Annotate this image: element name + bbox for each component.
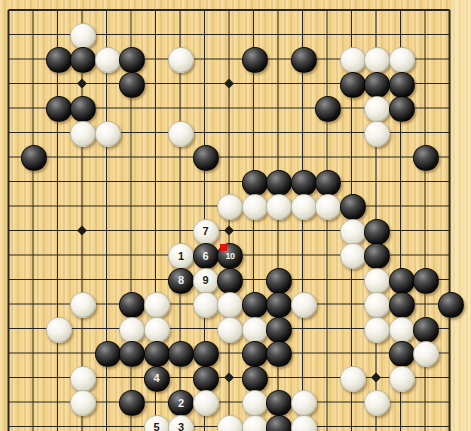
move-number-label: 6: [202, 251, 208, 262]
black-stone: [266, 390, 292, 416]
white-stone: [242, 415, 268, 431]
white-stone: [364, 96, 390, 122]
black-stone: [266, 170, 292, 196]
white-stone: [95, 47, 121, 73]
white-stone: [291, 292, 317, 318]
white-stone: [168, 121, 194, 147]
black-stone: 4: [144, 366, 170, 392]
black-stone: [193, 341, 219, 367]
black-stone: [193, 366, 219, 392]
black-stone: [438, 292, 464, 318]
white-stone: [242, 317, 268, 343]
white-stone: [364, 268, 390, 294]
white-stone: [389, 47, 415, 73]
black-stone: [340, 194, 366, 220]
black-stone: [364, 243, 390, 269]
black-stone: [389, 292, 415, 318]
white-stone: [217, 292, 243, 318]
white-stone: [217, 317, 243, 343]
white-stone: [364, 121, 390, 147]
white-stone: [364, 390, 390, 416]
black-stone: [21, 145, 47, 171]
move-number-label: 8: [178, 275, 184, 286]
black-stone: [364, 219, 390, 245]
black-stone: [389, 268, 415, 294]
white-stone: [95, 121, 121, 147]
black-stone: [389, 341, 415, 367]
white-stone: 5: [144, 415, 170, 431]
go-board-screenshot: 71610894253: [0, 0, 471, 431]
white-stone: [364, 292, 390, 318]
white-stone: [389, 366, 415, 392]
move-number-label: 7: [202, 226, 208, 237]
white-stone: [144, 317, 170, 343]
white-stone: 7: [193, 219, 219, 245]
white-stone: [291, 390, 317, 416]
black-stone: [70, 47, 96, 73]
black-stone: [266, 317, 292, 343]
black-stone: [242, 170, 268, 196]
move-number-label: 3: [178, 422, 184, 431]
white-stone: [291, 415, 317, 431]
black-stone: [119, 390, 145, 416]
black-stone: [266, 268, 292, 294]
black-stone: [217, 268, 243, 294]
black-stone: [46, 96, 72, 122]
black-stone: [364, 72, 390, 98]
black-stone: [389, 72, 415, 98]
white-stone: [242, 194, 268, 220]
move-number-label: 1: [178, 251, 184, 262]
black-stone: [291, 47, 317, 73]
white-stone: [193, 292, 219, 318]
black-stone: [413, 268, 439, 294]
red-square-marker: [220, 244, 227, 251]
black-stone: [340, 72, 366, 98]
white-stone: 9: [193, 268, 219, 294]
white-stone: [340, 243, 366, 269]
black-stone: [291, 170, 317, 196]
white-stone: [413, 341, 439, 367]
black-stone: [413, 145, 439, 171]
white-stone: [291, 194, 317, 220]
white-stone: [340, 219, 366, 245]
black-stone: [389, 96, 415, 122]
black-stone: [242, 47, 268, 73]
black-stone: 2: [168, 390, 194, 416]
white-stone: [217, 415, 243, 431]
black-stone: [266, 292, 292, 318]
white-stone: [46, 317, 72, 343]
black-stone: [119, 47, 145, 73]
black-stone: [266, 415, 292, 431]
white-stone: [193, 390, 219, 416]
white-stone: [70, 390, 96, 416]
board-stones-layer: 71610894253: [0, 0, 471, 431]
white-stone: [70, 23, 96, 49]
move-number-label: 2: [178, 398, 184, 409]
black-stone: [144, 341, 170, 367]
black-stone: [242, 292, 268, 318]
black-stone: [193, 145, 219, 171]
black-stone: [70, 96, 96, 122]
white-stone: [217, 194, 243, 220]
white-stone: [70, 366, 96, 392]
black-stone: [95, 341, 121, 367]
move-number-label: 4: [153, 373, 159, 384]
white-stone: [340, 366, 366, 392]
black-stone: [413, 317, 439, 343]
white-stone: 3: [168, 415, 194, 431]
move-number-label: 5: [153, 422, 159, 431]
white-stone: [70, 121, 96, 147]
white-stone: [364, 317, 390, 343]
black-stone: [46, 47, 72, 73]
black-stone: 6: [193, 243, 219, 269]
black-stone: [119, 292, 145, 318]
white-stone: [168, 47, 194, 73]
white-stone: [70, 292, 96, 318]
white-stone: [144, 292, 170, 318]
move-number-label: 9: [202, 275, 208, 286]
black-stone: 8: [168, 268, 194, 294]
white-stone: [242, 390, 268, 416]
white-stone: [389, 317, 415, 343]
black-stone: [315, 170, 341, 196]
white-stone: [315, 194, 341, 220]
white-stone: 1: [168, 243, 194, 269]
black-stone: [119, 72, 145, 98]
move-number-label: 10: [225, 252, 234, 261]
black-stone: [119, 341, 145, 367]
black-stone: [168, 341, 194, 367]
white-stone: [364, 47, 390, 73]
black-stone: [242, 341, 268, 367]
black-stone: [242, 366, 268, 392]
black-stone: [315, 96, 341, 122]
black-stone: [266, 341, 292, 367]
white-stone: [266, 194, 292, 220]
white-stone: [340, 47, 366, 73]
white-stone: [119, 317, 145, 343]
